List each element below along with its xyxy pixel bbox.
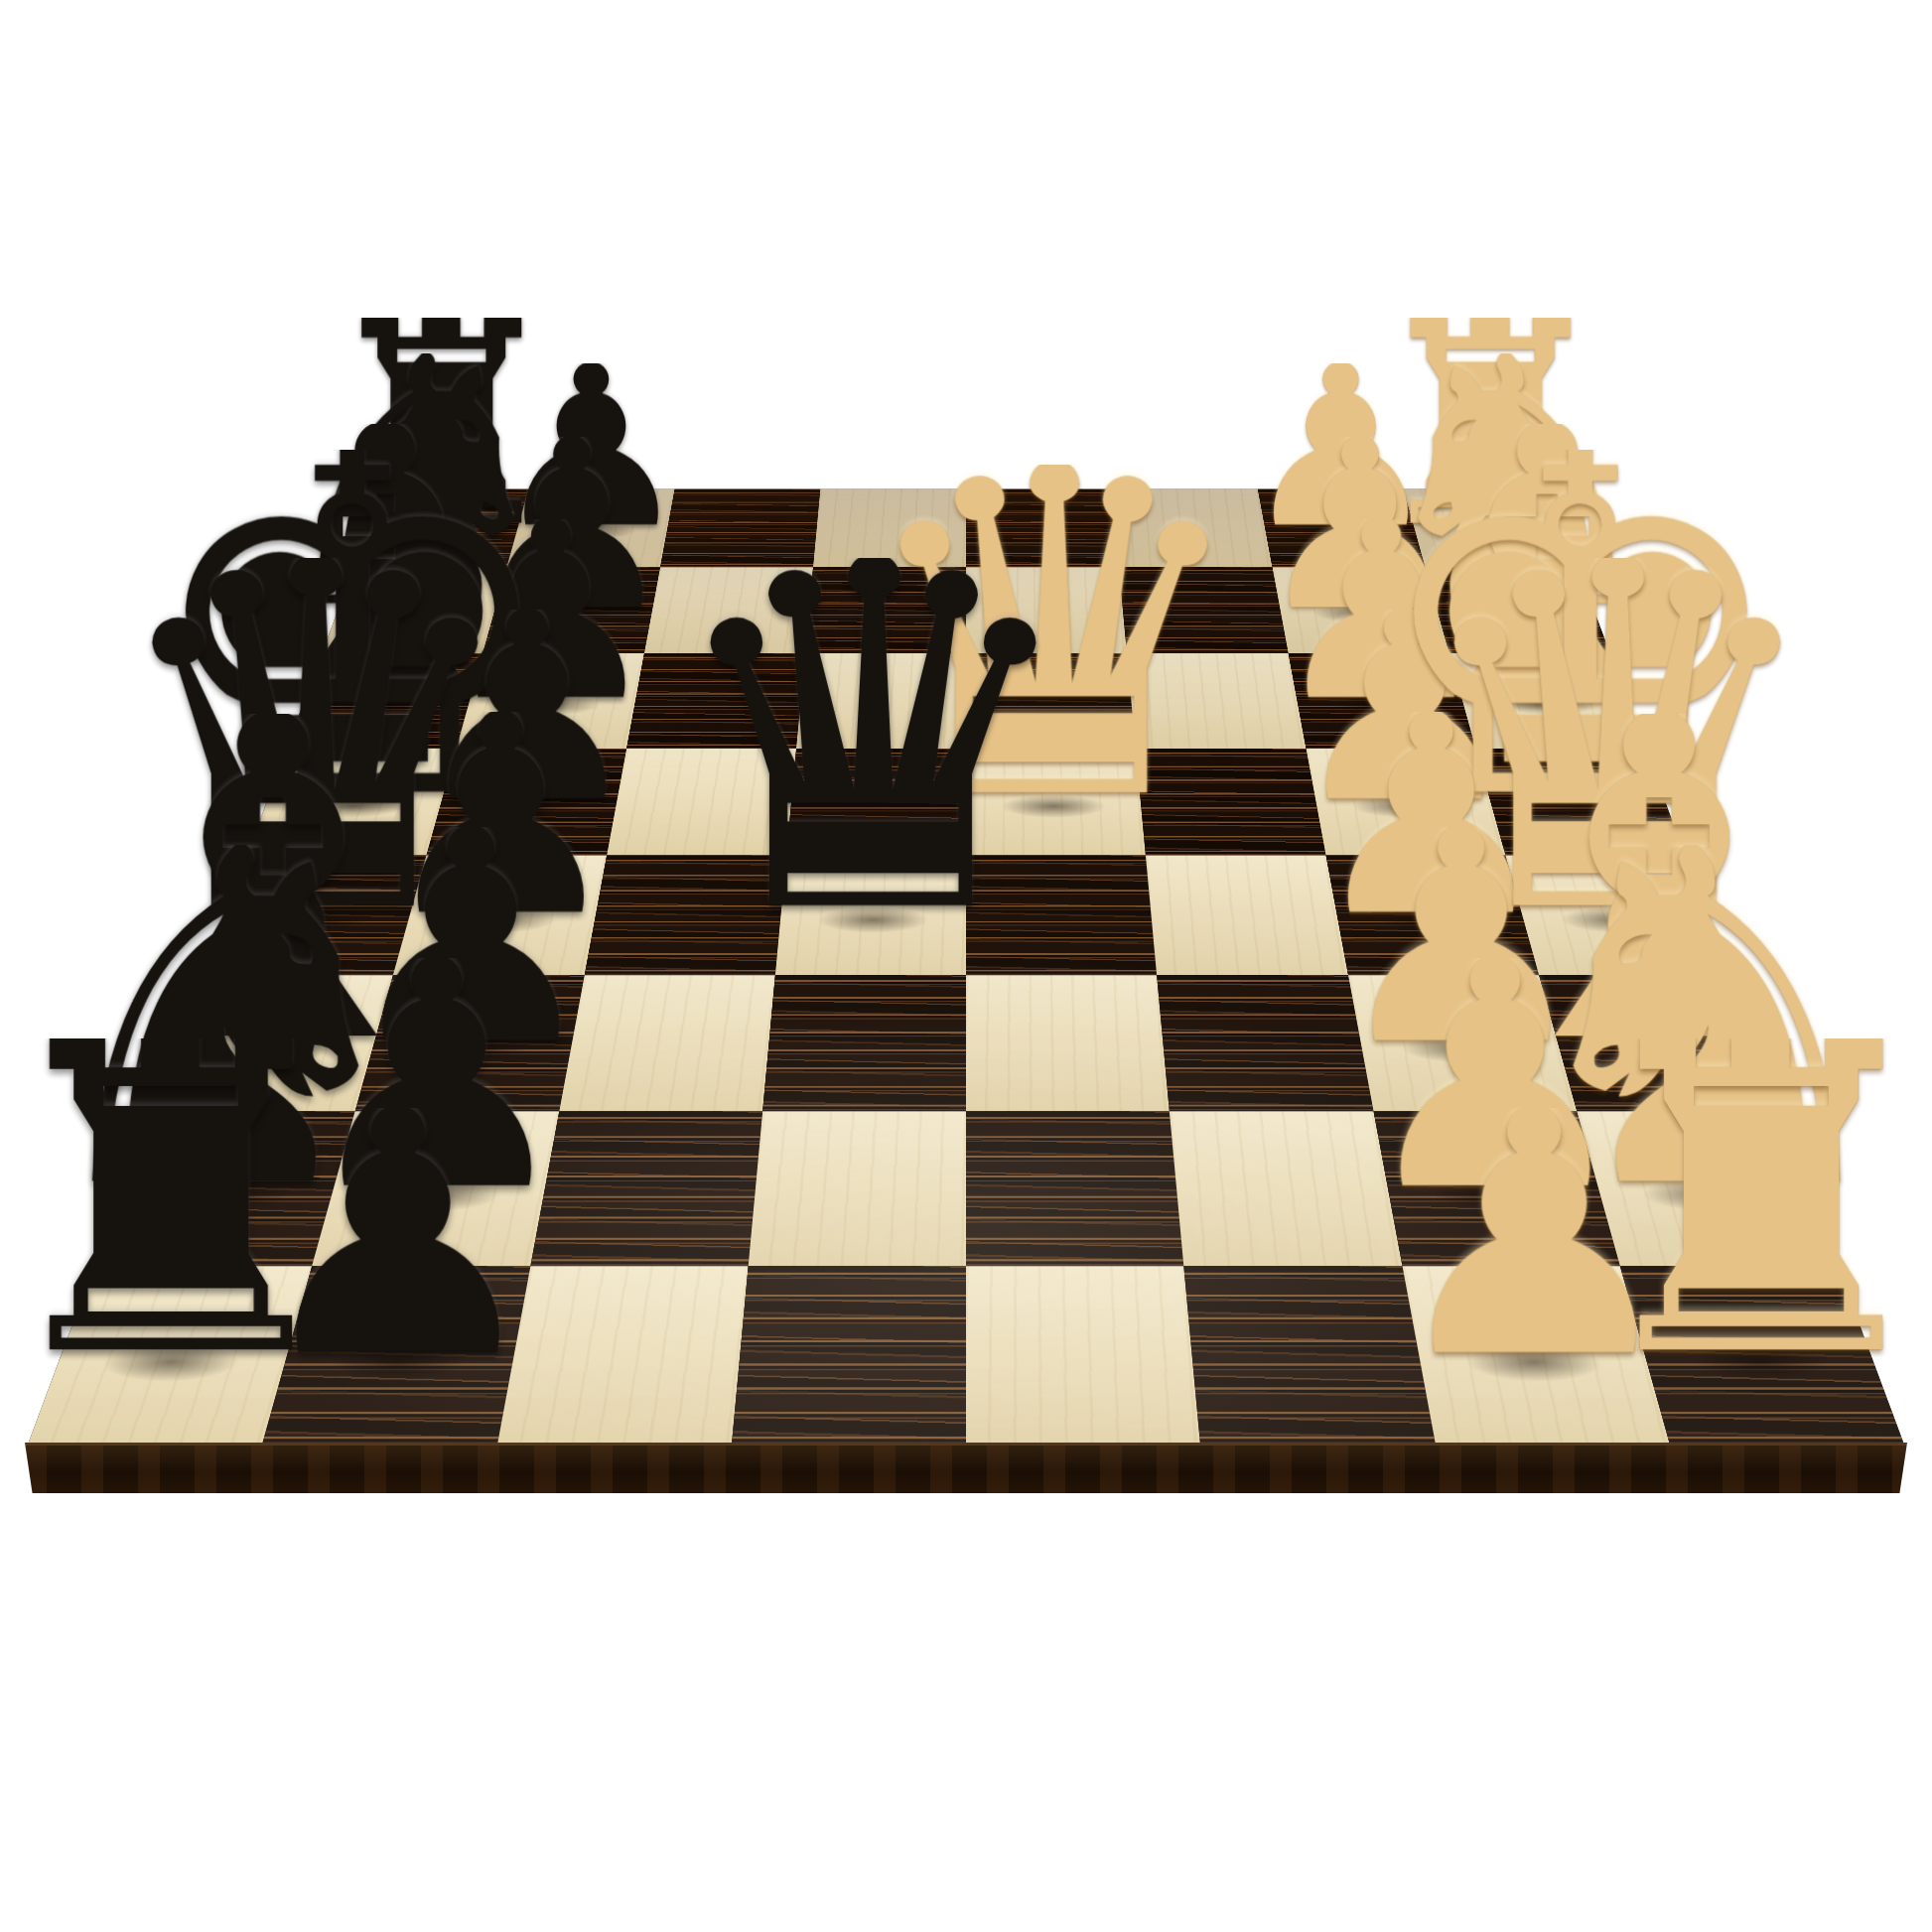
square-a4[interactable] <box>966 1266 1200 1445</box>
square-c5[interactable] <box>762 975 966 1111</box>
chessboard: ♜♟♟♜♞♟♟♞♝♟♟♝♚♟♛♟♚♛♟♛♟♛♝♟♟♝♞♟♟♞♜♟♟♜ <box>28 489 1904 1445</box>
piece-black-queen-d5[interactable]: ♛ <box>775 856 966 976</box>
photo-stage: ♜♟♟♜♞♟♟♞♝♟♟♝♚♟♛♟♚♛♟♛♟♛♝♟♟♝♞♟♟♞♜♟♟♜ <box>0 0 1932 1932</box>
board-scene: ♜♟♟♜♞♟♟♞♝♟♟♝♚♟♛♟♚♛♟♛♟♛♝♟♟♝♞♟♟♞♜♟♟♜ <box>0 0 1932 1932</box>
square-b4[interactable] <box>966 1111 1184 1266</box>
square-b5[interactable] <box>748 1111 966 1266</box>
white-rook-glyph: ♜ <box>1425 1038 1932 1361</box>
piece-black-pawn-a7[interactable]: ♟ <box>262 1266 530 1445</box>
black-pawn-glyph: ♟ <box>62 1108 735 1362</box>
square-c4[interactable] <box>966 975 1170 1111</box>
piece-white-rook-a1[interactable]: ♜ <box>1620 1266 1904 1445</box>
board-front-edge <box>25 1443 1907 1493</box>
square-a5[interactable] <box>732 1266 966 1445</box>
